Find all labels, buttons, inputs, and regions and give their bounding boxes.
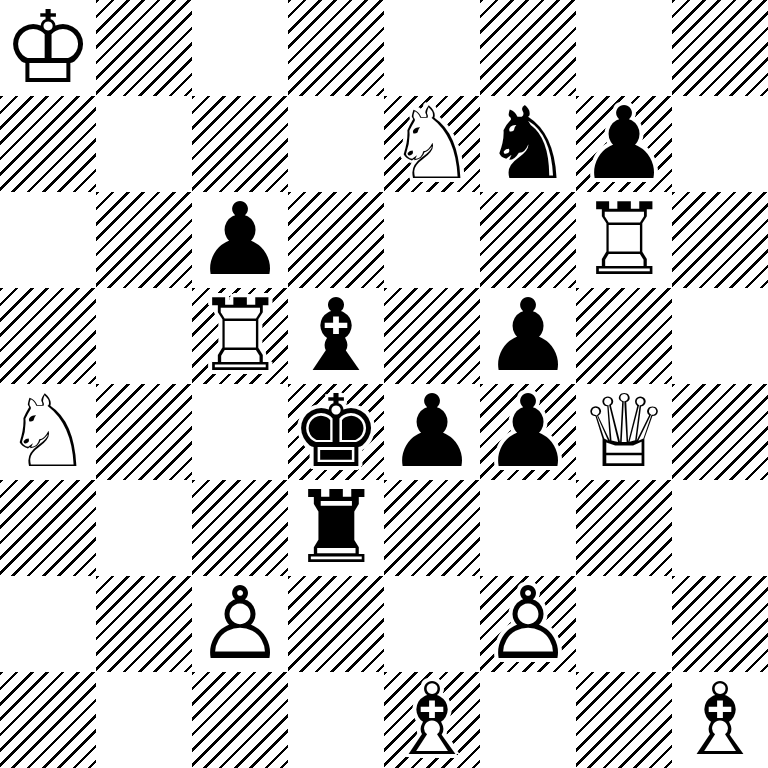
piece-glyph: ♜ (291, 480, 381, 576)
square-f5[interactable]: ♟♟ (480, 288, 576, 384)
square-f1[interactable] (480, 672, 576, 768)
piece-white-king[interactable]: ♚♔ (0, 0, 96, 96)
square-e2[interactable] (384, 576, 480, 672)
piece-glyph: ♟ (579, 96, 669, 192)
square-g4[interactable]: ♛♕ (576, 384, 672, 480)
square-d8[interactable] (288, 0, 384, 96)
piece-glyph: ♙ (483, 576, 573, 672)
square-d6[interactable] (288, 192, 384, 288)
square-b6[interactable] (96, 192, 192, 288)
piece-black-pawn[interactable]: ♟♟ (480, 288, 576, 384)
square-c8[interactable] (192, 0, 288, 96)
square-g6[interactable]: ♜♖ (576, 192, 672, 288)
square-g1[interactable] (576, 672, 672, 768)
piece-white-queen[interactable]: ♛♕ (576, 384, 672, 480)
piece-glyph: ♗ (675, 672, 765, 768)
piece-glyph: ♞ (483, 96, 573, 192)
square-f6[interactable] (480, 192, 576, 288)
square-b8[interactable] (96, 0, 192, 96)
piece-glyph: ♔ (3, 0, 93, 96)
piece-white-bishop[interactable]: ♝♗ (384, 672, 480, 768)
square-c6[interactable]: ♟♟ (192, 192, 288, 288)
piece-glyph: ♗ (387, 672, 477, 768)
square-h8[interactable] (672, 0, 768, 96)
square-a1[interactable] (0, 672, 96, 768)
piece-white-knight[interactable]: ♞♘ (0, 384, 96, 480)
square-d5[interactable]: ♝♝ (288, 288, 384, 384)
piece-glyph: ♝ (291, 288, 381, 384)
square-b5[interactable] (96, 288, 192, 384)
square-b2[interactable] (96, 576, 192, 672)
piece-white-bishop[interactable]: ♝♗ (672, 672, 768, 768)
square-h3[interactable] (672, 480, 768, 576)
square-e8[interactable] (384, 0, 480, 96)
square-c4[interactable] (192, 384, 288, 480)
piece-black-pawn[interactable]: ♟♟ (192, 192, 288, 288)
piece-white-pawn[interactable]: ♟♙ (192, 576, 288, 672)
square-f7[interactable]: ♞♞ (480, 96, 576, 192)
piece-glyph: ♖ (195, 288, 285, 384)
piece-glyph: ♕ (579, 384, 669, 480)
square-g3[interactable] (576, 480, 672, 576)
square-f4[interactable]: ♟♟ (480, 384, 576, 480)
piece-black-bishop[interactable]: ♝♝ (288, 288, 384, 384)
square-h4[interactable] (672, 384, 768, 480)
piece-glyph: ♘ (387, 96, 477, 192)
square-a7[interactable] (0, 96, 96, 192)
square-e7[interactable]: ♞♘ (384, 96, 480, 192)
piece-black-pawn[interactable]: ♟♟ (576, 96, 672, 192)
piece-glyph: ♟ (195, 192, 285, 288)
square-g5[interactable] (576, 288, 672, 384)
piece-black-king[interactable]: ♚♚ (288, 384, 384, 480)
square-a8[interactable]: ♚♔ (0, 0, 96, 96)
square-b1[interactable] (96, 672, 192, 768)
square-d2[interactable] (288, 576, 384, 672)
square-d7[interactable] (288, 96, 384, 192)
square-e6[interactable] (384, 192, 480, 288)
square-a3[interactable] (0, 480, 96, 576)
piece-white-rook[interactable]: ♜♖ (576, 192, 672, 288)
piece-glyph: ♘ (3, 384, 93, 480)
piece-glyph: ♙ (195, 576, 285, 672)
piece-white-pawn[interactable]: ♟♙ (480, 576, 576, 672)
square-a5[interactable] (0, 288, 96, 384)
square-b3[interactable] (96, 480, 192, 576)
square-a4[interactable]: ♞♘ (0, 384, 96, 480)
square-d3[interactable]: ♜♜ (288, 480, 384, 576)
square-f3[interactable] (480, 480, 576, 576)
piece-glyph: ♟ (483, 384, 573, 480)
square-c1[interactable] (192, 672, 288, 768)
square-h5[interactable] (672, 288, 768, 384)
square-a2[interactable] (0, 576, 96, 672)
square-b4[interactable] (96, 384, 192, 480)
piece-glyph: ♖ (579, 192, 669, 288)
square-f2[interactable]: ♟♙ (480, 576, 576, 672)
chess-board: ♚♔♞♘♞♞♟♟♟♟♜♖♜♖♝♝♟♟♞♘♚♚♟♟♟♟♛♕♜♜♟♙♟♙♝♗♝♗ (0, 0, 768, 768)
square-c7[interactable] (192, 96, 288, 192)
square-h2[interactable] (672, 576, 768, 672)
piece-glyph: ♟ (387, 384, 477, 480)
square-e4[interactable]: ♟♟ (384, 384, 480, 480)
piece-white-rook[interactable]: ♜♖ (192, 288, 288, 384)
piece-black-knight[interactable]: ♞♞ (480, 96, 576, 192)
square-g8[interactable] (576, 0, 672, 96)
square-h7[interactable] (672, 96, 768, 192)
square-h1[interactable]: ♝♗ (672, 672, 768, 768)
square-b7[interactable] (96, 96, 192, 192)
piece-glyph: ♟ (483, 288, 573, 384)
square-d1[interactable] (288, 672, 384, 768)
piece-glyph: ♚ (291, 384, 381, 480)
square-a6[interactable] (0, 192, 96, 288)
square-g7[interactable]: ♟♟ (576, 96, 672, 192)
square-c3[interactable] (192, 480, 288, 576)
piece-black-pawn[interactable]: ♟♟ (384, 384, 480, 480)
square-f8[interactable] (480, 0, 576, 96)
piece-white-knight[interactable]: ♞♘ (384, 96, 480, 192)
square-g2[interactable] (576, 576, 672, 672)
square-h6[interactable] (672, 192, 768, 288)
piece-black-pawn[interactable]: ♟♟ (480, 384, 576, 480)
square-e3[interactable] (384, 480, 480, 576)
square-e5[interactable] (384, 288, 480, 384)
square-c5[interactable]: ♜♖ (192, 288, 288, 384)
square-d4[interactable]: ♚♚ (288, 384, 384, 480)
square-e1[interactable]: ♝♗ (384, 672, 480, 768)
square-c2[interactable]: ♟♙ (192, 576, 288, 672)
piece-black-rook[interactable]: ♜♜ (288, 480, 384, 576)
